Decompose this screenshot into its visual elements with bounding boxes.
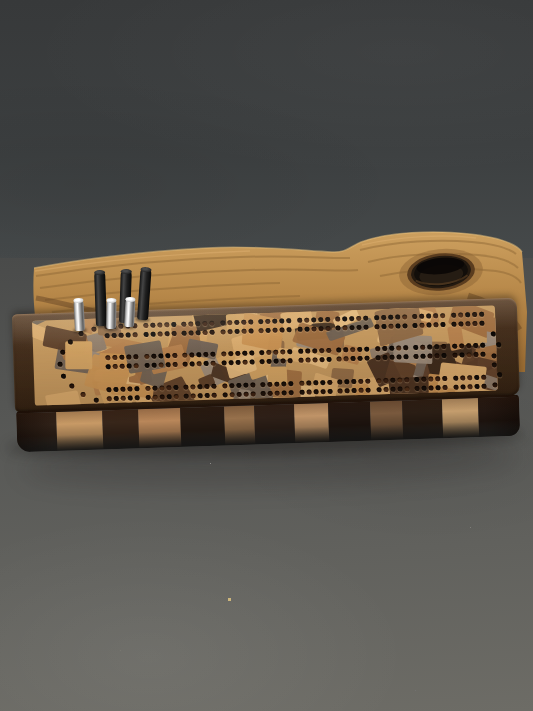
scoring-peg-black[interactable]: [94, 272, 107, 326]
photo-scene: [0, 0, 533, 711]
peg-body: [124, 299, 135, 327]
scoring-peg-chrome[interactable]: [106, 300, 117, 329]
scoring-peg-black[interactable]: [137, 269, 152, 321]
peg-body: [73, 300, 85, 331]
scoring-peg-chrome[interactable]: [73, 300, 85, 331]
peg-body: [94, 272, 107, 326]
scoring-pegs: [0, 0, 533, 711]
peg-body: [106, 300, 117, 329]
peg-body: [137, 269, 152, 321]
scoring-peg-chrome[interactable]: [124, 299, 135, 327]
dust-specks: [0, 0, 1, 1]
